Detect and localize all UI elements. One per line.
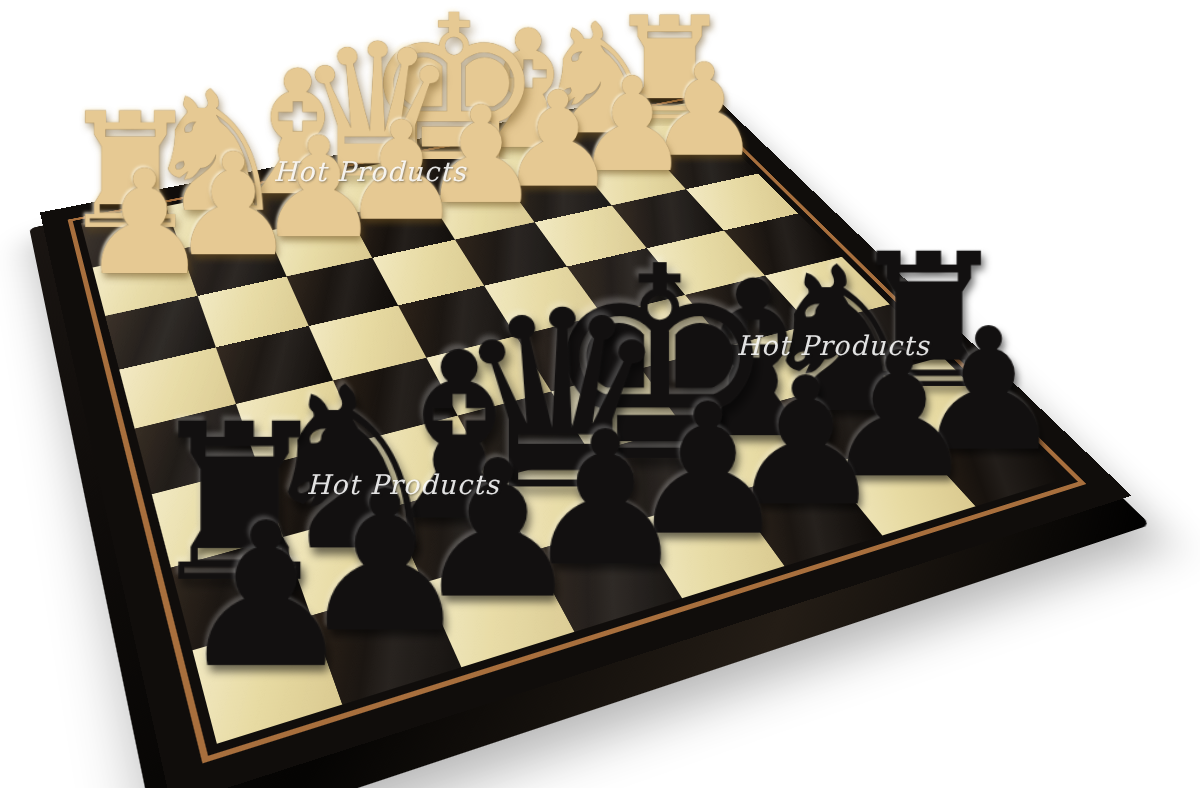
square[interactable]: ♟ xyxy=(192,616,342,744)
chess-board: ♜♞♝♛♚♝♞♜♟♟♟♟♟♟♟♟♜♞♝♛♚♝♞♜♟♟♟♟♟♟♟♟ xyxy=(40,84,1132,788)
white-pawn-glyph: ♟ xyxy=(80,152,209,296)
product-photo-scene: ♜♞♝♛♚♝♞♜♟♟♟♟♟♟♟♟♜♞♝♛♚♝♞♜♟♟♟♟♟♟♟♟ Hot Pro… xyxy=(0,0,1200,788)
black-pawn-glyph: ♟ xyxy=(177,497,356,697)
board-grid: ♜♞♝♛♚♝♞♜♟♟♟♟♟♟♟♟♜♞♝♛♚♝♞♜♟♟♟♟♟♟♟♟ xyxy=(81,103,1065,744)
